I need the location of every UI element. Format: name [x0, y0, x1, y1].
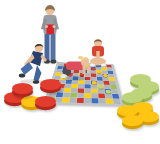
- yellow-disc[interactable]: [97, 71, 102, 74]
- jeans: [21, 62, 34, 75]
- green-disc[interactable]: [105, 89, 111, 93]
- green-disc[interactable]: [98, 85, 103, 88]
- yellow-disc[interactable]: [117, 105, 138, 116]
- red-disc[interactable]: [40, 79, 61, 90]
- child-running: [15, 42, 51, 84]
- pink-top: [66, 62, 83, 71]
- yellow-disc[interactable]: [103, 74, 108, 77]
- shoe: [61, 74, 67, 78]
- cell-9-4[interactable]: [77, 98, 85, 103]
- product-photo-scene: [0, 0, 160, 144]
- shoe: [90, 63, 95, 66]
- green-disc[interactable]: [122, 92, 143, 103]
- red-disc[interactable]: [35, 96, 56, 107]
- child-crouching: [86, 38, 110, 68]
- yellow-disc[interactable]: [122, 115, 143, 126]
- red-disc[interactable]: [12, 83, 33, 94]
- yellow-disc[interactable]: [91, 81, 96, 84]
- cell-9-9[interactable]: [113, 99, 121, 105]
